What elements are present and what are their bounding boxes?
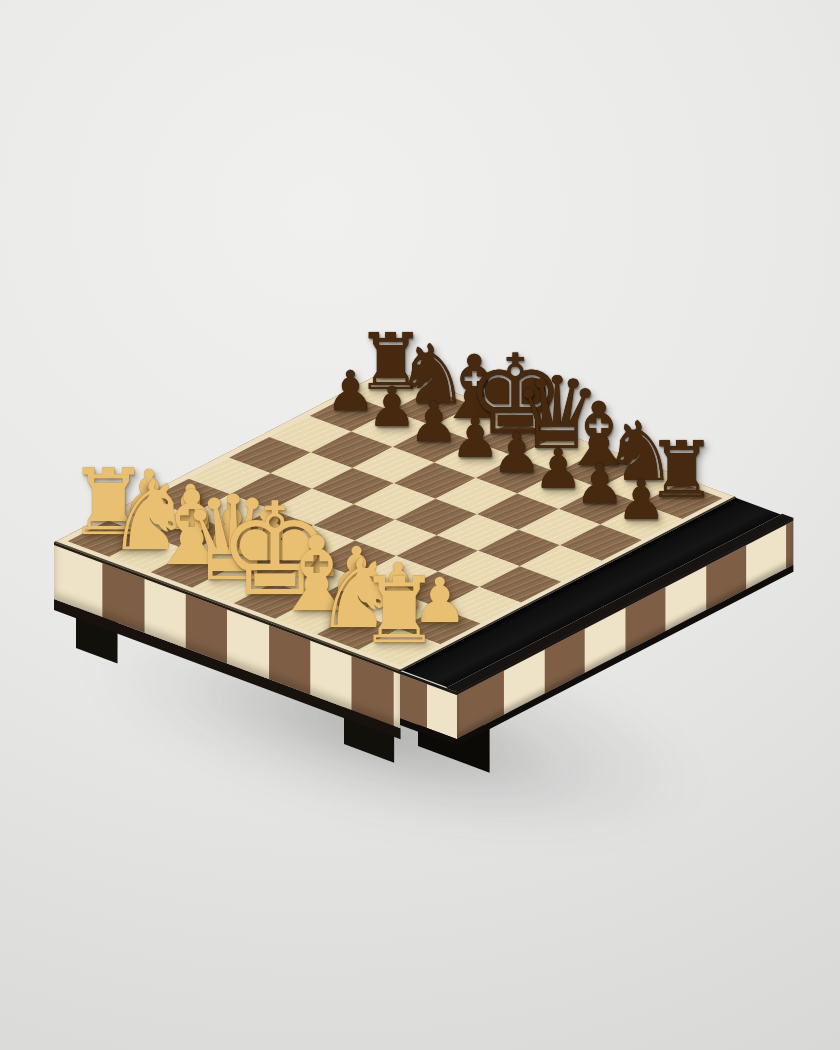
chess-set-product-scene: ♜♞♝♚♛♝♞♜♟♟♟♟♟♟♟♟♟♟♟♟♟♟♟♟♜♞♝♛♚♝♞♜ — [0, 0, 840, 1050]
piece-white-rook: ♜ — [359, 565, 441, 656]
piece-black-pawn: ♟ — [617, 472, 666, 527]
